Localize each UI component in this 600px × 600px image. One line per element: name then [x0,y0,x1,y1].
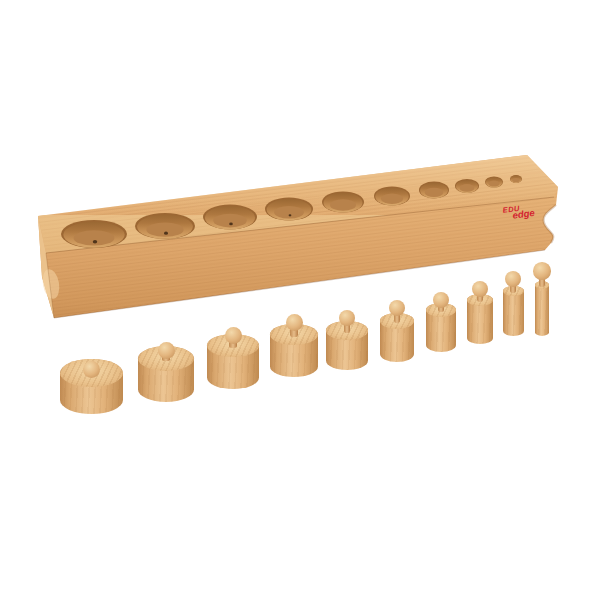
knobbed-cylinder-7 [426,292,456,352]
knobbed-cylinder-9 [503,271,524,336]
knobbed-cylinder-6 [380,300,414,362]
cylinder-body [535,281,550,336]
knob-ball [225,327,242,344]
knob-ball [505,271,521,287]
knob-ball [472,281,488,297]
knob-ball [533,262,551,280]
knob-ball [389,300,405,316]
cylinders-row [0,0,600,600]
knobbed-cylinder-8 [467,281,493,344]
knobbed-cylinder-1 [60,361,123,414]
knobbed-cylinder-3 [207,327,259,389]
knobbed-cylinder-5 [326,310,368,370]
knob-ball [339,310,355,326]
knobbed-cylinder-2 [138,342,194,402]
wood-grain [535,281,550,336]
knob-ball [433,292,449,308]
product-photo: EDU edge [0,0,600,600]
knob-ball [83,361,100,378]
knob-ball [286,314,303,331]
knobbed-cylinder-10 [533,262,551,336]
knobbed-cylinder-4 [270,314,318,377]
knob-ball [158,342,175,359]
